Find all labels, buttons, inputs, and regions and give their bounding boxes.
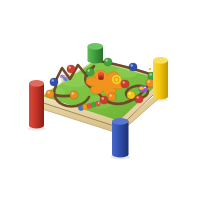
bead-maze-toy bbox=[0, 0, 200, 200]
flower-center bbox=[149, 68, 152, 71]
bead-red bbox=[67, 65, 75, 73]
bird-wing bbox=[139, 86, 144, 90]
caterpillar-segment bbox=[95, 101, 100, 106]
post-yellow-right bbox=[153, 57, 168, 100]
post-red-left bbox=[29, 80, 44, 129]
caterpillar-eye bbox=[98, 102, 99, 103]
bead-orange bbox=[146, 79, 154, 87]
bead-green bbox=[86, 68, 94, 76]
bead-orange bbox=[70, 91, 78, 99]
gear-knob-base bbox=[98, 77, 104, 80]
gear-knob-top bbox=[98, 72, 104, 75]
post-blue-front bbox=[112, 118, 129, 158]
bead-blue bbox=[129, 63, 137, 71]
sparkle-dot bbox=[125, 61, 127, 63]
bird-eye bbox=[144, 87, 146, 89]
bead-orange bbox=[46, 90, 54, 98]
product-photo bbox=[0, 0, 200, 200]
bead-orange bbox=[108, 93, 116, 101]
bead-red bbox=[100, 96, 108, 104]
bead-blue bbox=[50, 78, 58, 86]
bead-red bbox=[121, 80, 129, 88]
bead-green bbox=[104, 58, 112, 66]
sparkle-dot bbox=[112, 57, 114, 59]
post-green-back bbox=[88, 43, 104, 64]
gear-sun-face bbox=[112, 75, 121, 84]
bead-yellow bbox=[127, 91, 135, 99]
bead-red bbox=[135, 95, 143, 103]
